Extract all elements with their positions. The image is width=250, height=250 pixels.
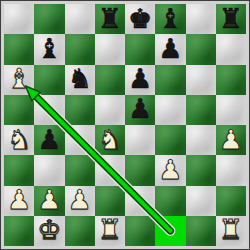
square-f6[interactable]: [155, 65, 185, 95]
piece-black-knight-c6[interactable]: ♞: [68, 65, 92, 92]
piece-white-knight-d4[interactable]: ♞: [98, 126, 122, 153]
square-g7[interactable]: [186, 34, 216, 64]
piece-white-pawn-b2[interactable]: ♟: [37, 186, 61, 213]
square-g2[interactable]: [186, 186, 216, 216]
piece-black-pawn-e6[interactable]: ♟: [128, 65, 152, 92]
square-c7[interactable]: [65, 34, 95, 64]
piece-black-pawn-b4[interactable]: ♟: [37, 126, 61, 153]
piece-black-rook-h8[interactable]: ♜: [219, 5, 243, 32]
square-e7[interactable]: [125, 34, 155, 64]
square-h3[interactable]: [216, 155, 246, 185]
square-e2[interactable]: [125, 186, 155, 216]
piece-white-bishop-a6[interactable]: ♝: [7, 65, 31, 92]
square-b8[interactable]: [34, 4, 64, 34]
piece-white-king-b1[interactable]: ♚: [37, 216, 61, 243]
square-e1[interactable]: [125, 216, 155, 246]
square-d1[interactable]: ♜: [95, 216, 125, 246]
square-e8[interactable]: ♚: [125, 4, 155, 34]
square-h7[interactable]: [216, 34, 246, 64]
square-h4[interactable]: ♟: [216, 125, 246, 155]
square-c6[interactable]: ♞: [65, 65, 95, 95]
square-a8[interactable]: [4, 4, 34, 34]
square-c3[interactable]: [65, 155, 95, 185]
square-f4[interactable]: [155, 125, 185, 155]
square-e5[interactable]: ♟: [125, 95, 155, 125]
square-a4[interactable]: ♞: [4, 125, 34, 155]
piece-white-pawn-h4[interactable]: ♟: [219, 126, 243, 153]
square-c4[interactable]: [65, 125, 95, 155]
square-c5[interactable]: [65, 95, 95, 125]
square-h1[interactable]: ♜: [216, 216, 246, 246]
piece-black-bishop-b7[interactable]: ♝: [37, 35, 61, 62]
square-f3[interactable]: ♟: [155, 155, 185, 185]
square-f5[interactable]: [155, 95, 185, 125]
piece-black-pawn-e5[interactable]: ♟: [128, 95, 152, 122]
square-a2[interactable]: ♟: [4, 186, 34, 216]
square-e6[interactable]: ♟: [125, 65, 155, 95]
square-c1[interactable]: [65, 216, 95, 246]
piece-black-bishop-f8[interactable]: ♝: [158, 5, 182, 32]
square-h6[interactable]: [216, 65, 246, 95]
square-d6[interactable]: [95, 65, 125, 95]
piece-white-rook-h1[interactable]: ♜: [219, 216, 243, 243]
square-a3[interactable]: [4, 155, 34, 185]
square-h8[interactable]: ♜: [216, 4, 246, 34]
square-g6[interactable]: [186, 65, 216, 95]
square-f1[interactable]: [155, 216, 185, 246]
square-g1[interactable]: [186, 216, 216, 246]
piece-white-rook-d1[interactable]: ♜: [98, 216, 122, 243]
square-b4[interactable]: ♟: [34, 125, 64, 155]
square-b3[interactable]: [34, 155, 64, 185]
square-c2[interactable]: ♟: [65, 186, 95, 216]
square-b1[interactable]: ♚: [34, 216, 64, 246]
piece-white-pawn-a2[interactable]: ♟: [7, 186, 31, 213]
square-d8[interactable]: ♜: [95, 4, 125, 34]
piece-black-pawn-f7[interactable]: ♟: [158, 35, 182, 62]
square-g4[interactable]: [186, 125, 216, 155]
piece-black-king-e8[interactable]: ♚: [128, 5, 152, 32]
square-b2[interactable]: ♟: [34, 186, 64, 216]
square-g5[interactable]: [186, 95, 216, 125]
board-frame: ♜♚♝♜♝♟♝♞♟♟♞♟♞♟♟♟♟♟♚♜♜: [0, 0, 250, 250]
square-d3[interactable]: [95, 155, 125, 185]
square-a1[interactable]: [4, 216, 34, 246]
square-h5[interactable]: [216, 95, 246, 125]
chess-board: ♜♚♝♜♝♟♝♞♟♟♞♟♞♟♟♟♟♟♚♜♜: [4, 4, 246, 246]
piece-black-rook-d8[interactable]: ♜: [98, 5, 122, 32]
square-g3[interactable]: [186, 155, 216, 185]
square-d7[interactable]: [95, 34, 125, 64]
square-d5[interactable]: [95, 95, 125, 125]
square-d2[interactable]: [95, 186, 125, 216]
square-c8[interactable]: [65, 4, 95, 34]
chess-board-widget: ♜♚♝♜♝♟♝♞♟♟♞♟♞♟♟♟♟♟♚♜♜: [0, 0, 250, 250]
square-a5[interactable]: [4, 95, 34, 125]
square-d4[interactable]: ♞: [95, 125, 125, 155]
square-e4[interactable]: [125, 125, 155, 155]
square-h2[interactable]: [216, 186, 246, 216]
square-b5[interactable]: [34, 95, 64, 125]
square-a6[interactable]: ♝: [4, 65, 34, 95]
square-f8[interactable]: ♝: [155, 4, 185, 34]
piece-white-knight-a4[interactable]: ♞: [7, 126, 31, 153]
square-b7[interactable]: ♝: [34, 34, 64, 64]
square-b6[interactable]: [34, 65, 64, 95]
piece-white-pawn-f3[interactable]: ♟: [158, 156, 182, 183]
square-g8[interactable]: [186, 4, 216, 34]
square-a7[interactable]: [4, 34, 34, 64]
piece-white-pawn-c2[interactable]: ♟: [68, 186, 92, 213]
square-f7[interactable]: ♟: [155, 34, 185, 64]
square-e3[interactable]: [125, 155, 155, 185]
square-f2[interactable]: [155, 186, 185, 216]
